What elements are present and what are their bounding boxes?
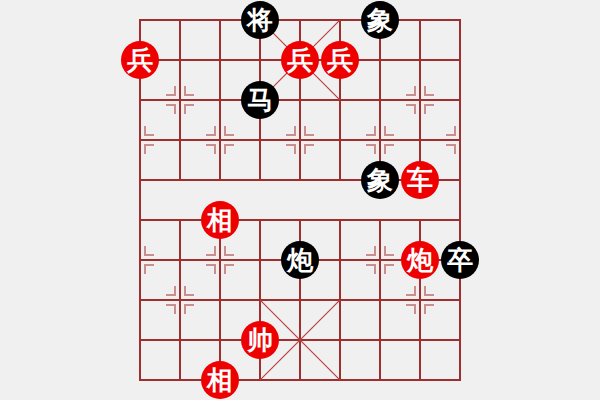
xiangqi-board: 将象兵兵兵马象车相炮炮卒帅相	[0, 0, 600, 400]
position-marker	[414, 304, 416, 314]
position-marker	[224, 126, 226, 136]
piece-red-soldier[interactable]: 兵	[321, 41, 359, 79]
position-marker	[384, 144, 386, 154]
piece-red-soldier[interactable]: 兵	[281, 41, 319, 79]
position-marker	[184, 304, 186, 314]
piece-red-elephant[interactable]: 相	[201, 201, 239, 239]
position-marker	[174, 86, 176, 96]
grid-vline	[459, 19, 461, 381]
position-marker	[214, 144, 216, 154]
position-marker	[414, 286, 416, 296]
position-marker	[184, 286, 186, 296]
position-marker	[224, 246, 226, 256]
position-marker	[144, 126, 146, 136]
position-marker	[174, 286, 176, 296]
position-marker	[304, 126, 306, 136]
position-marker	[374, 246, 376, 256]
position-marker	[374, 126, 376, 136]
position-marker	[294, 126, 296, 136]
piece-black-elephant[interactable]: 象	[361, 161, 399, 199]
position-marker	[174, 104, 176, 114]
piece-black-elephant[interactable]: 象	[361, 1, 399, 39]
position-marker	[424, 86, 426, 96]
position-marker	[414, 104, 416, 114]
position-marker	[184, 104, 186, 114]
piece-red-elephant[interactable]: 相	[201, 361, 239, 399]
position-marker	[224, 144, 226, 154]
piece-red-chariot[interactable]: 车	[401, 161, 439, 199]
position-marker	[454, 144, 456, 154]
position-marker	[294, 144, 296, 154]
position-marker	[214, 264, 216, 274]
grid-vline	[179, 19, 181, 181]
position-marker	[224, 264, 226, 274]
position-marker	[424, 286, 426, 296]
grid-vline	[219, 19, 221, 181]
piece-red-cannon[interactable]: 炮	[401, 241, 439, 279]
grid-vline	[379, 219, 381, 381]
position-marker	[144, 246, 146, 256]
piece-red-soldier[interactable]: 兵	[121, 41, 159, 79]
position-marker	[384, 246, 386, 256]
position-marker	[424, 104, 426, 114]
grid-vline	[219, 219, 221, 381]
position-marker	[144, 264, 146, 274]
grid-vline	[179, 219, 181, 381]
position-marker	[304, 144, 306, 154]
position-marker	[214, 126, 216, 136]
piece-black-soldier[interactable]: 卒	[441, 241, 479, 279]
position-marker	[174, 304, 176, 314]
position-marker	[414, 86, 416, 96]
position-marker	[374, 264, 376, 274]
position-marker	[374, 144, 376, 154]
position-marker	[384, 264, 386, 274]
piece-red-general[interactable]: 帅	[241, 321, 279, 359]
piece-black-general[interactable]: 将	[241, 1, 279, 39]
piece-black-horse[interactable]: 马	[241, 81, 279, 119]
position-marker	[424, 304, 426, 314]
position-marker	[384, 126, 386, 136]
grid-vline	[379, 19, 381, 181]
position-marker	[454, 126, 456, 136]
position-marker	[214, 246, 216, 256]
position-marker	[184, 86, 186, 96]
piece-black-cannon[interactable]: 炮	[281, 241, 319, 279]
position-marker	[144, 144, 146, 154]
grid-vline	[419, 19, 421, 181]
